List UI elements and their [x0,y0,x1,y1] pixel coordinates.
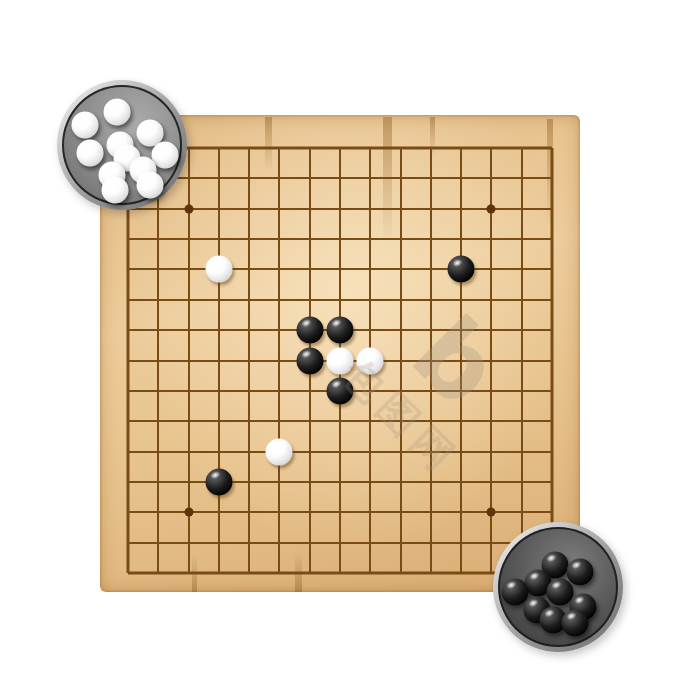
grid-line-horizontal [128,572,552,575]
white-stone[interactable] [357,347,384,374]
canvas: b 包图网 [0,0,700,700]
go-board[interactable] [100,115,580,592]
grid-line-vertical [460,148,462,573]
white-stone[interactable] [327,347,354,374]
stone-highlight [209,470,221,480]
grid-line-horizontal [128,420,552,422]
black-stone[interactable] [327,317,354,344]
white-stone-in-bowl[interactable] [137,172,164,199]
black-stone-in-bowl[interactable] [567,559,594,586]
grid-line-vertical [551,148,554,573]
white-stone-bowl[interactable] [57,80,187,210]
white-stone-in-bowl[interactable] [72,112,99,139]
stone-highlight [543,608,555,618]
black-stone[interactable] [205,468,232,495]
grid-line-vertical [430,148,432,573]
board-grid[interactable] [128,148,552,573]
star-point [487,204,496,213]
stone-highlight [330,379,342,389]
stone-highlight [330,318,342,328]
grid-line-horizontal [128,542,552,544]
black-stone[interactable] [448,256,475,283]
grid-line-vertical [521,148,523,573]
stone-highlight [452,258,464,268]
white-stone[interactable] [205,256,232,283]
grid-line-horizontal [128,481,552,483]
white-stone[interactable] [266,438,293,465]
white-stone-in-bowl[interactable] [104,99,131,126]
stone-highlight [545,553,557,563]
black-stone-bowl[interactable] [493,522,623,652]
stone-highlight [300,318,312,328]
black-stone[interactable] [296,317,323,344]
black-stone[interactable] [296,347,323,374]
black-stone-in-bowl[interactable] [502,579,529,606]
white-stone-in-bowl[interactable] [102,177,129,204]
stone-highlight [570,560,582,570]
star-point [184,204,193,213]
black-stone-in-bowl[interactable] [562,610,589,637]
star-point [184,508,193,517]
stone-highlight [565,611,577,621]
stone-highlight [550,580,562,590]
star-point [487,508,496,517]
stone-highlight [505,580,517,590]
grid-line-vertical [400,148,402,573]
black-stone[interactable] [327,377,354,404]
stone-highlight [527,598,539,608]
stone-highlight [300,349,312,359]
grid-line-horizontal [128,451,552,453]
stone-highlight [573,595,585,605]
white-stone-in-bowl[interactable] [77,140,104,167]
stone-highlight [528,571,540,581]
